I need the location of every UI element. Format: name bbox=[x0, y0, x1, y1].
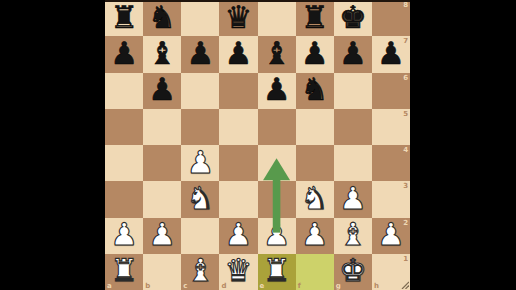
white-pawn[interactable]: ♟ bbox=[301, 219, 329, 250]
file-label-e: e bbox=[260, 282, 265, 290]
square-d2[interactable]: ♟ bbox=[219, 218, 257, 254]
black-knight[interactable]: ♞ bbox=[148, 2, 176, 33]
square-a2[interactable]: ♟ bbox=[105, 218, 143, 254]
black-bishop[interactable]: ♝ bbox=[263, 38, 291, 69]
square-h3[interactable]: 3 bbox=[372, 181, 410, 217]
square-f8[interactable]: ♜ bbox=[296, 0, 334, 36]
square-a7[interactable]: ♟ bbox=[105, 36, 143, 72]
square-a4[interactable] bbox=[105, 145, 143, 181]
square-f1[interactable]: f bbox=[296, 254, 334, 290]
square-e5[interactable] bbox=[258, 109, 296, 145]
square-f4[interactable] bbox=[296, 145, 334, 181]
file-label-h: h bbox=[374, 282, 379, 290]
square-d1[interactable]: ♛d bbox=[219, 254, 257, 290]
square-c1[interactable]: ♝c bbox=[181, 254, 219, 290]
square-c6[interactable] bbox=[181, 73, 219, 109]
white-bishop[interactable]: ♝ bbox=[186, 255, 214, 286]
square-d6[interactable] bbox=[219, 73, 257, 109]
square-d5[interactable] bbox=[219, 109, 257, 145]
square-d3[interactable] bbox=[219, 181, 257, 217]
video-frame: ♜♞♛♜♚8♟♝♟♟♝♟♟♟7♟♟♞65♟4♞♞♟3♟♟♟♟♟♝♟2♜ab♝c♛… bbox=[0, 0, 516, 290]
square-h8[interactable]: 8 bbox=[372, 0, 410, 36]
square-a5[interactable] bbox=[105, 109, 143, 145]
black-pawn[interactable]: ♟ bbox=[225, 38, 253, 69]
black-rook[interactable]: ♜ bbox=[110, 2, 138, 33]
square-a3[interactable] bbox=[105, 181, 143, 217]
white-pawn[interactable]: ♟ bbox=[148, 219, 176, 250]
file-label-a: a bbox=[107, 282, 112, 290]
square-b8[interactable]: ♞ bbox=[143, 0, 181, 36]
white-king[interactable]: ♚ bbox=[339, 255, 367, 286]
square-g4[interactable] bbox=[334, 145, 372, 181]
square-d4[interactable] bbox=[219, 145, 257, 181]
black-rook[interactable]: ♜ bbox=[301, 2, 329, 33]
square-h2[interactable]: ♟2 bbox=[372, 218, 410, 254]
square-f2[interactable]: ♟ bbox=[296, 218, 334, 254]
square-d8[interactable]: ♛ bbox=[219, 0, 257, 36]
square-c3[interactable]: ♞ bbox=[181, 181, 219, 217]
square-f5[interactable] bbox=[296, 109, 334, 145]
white-pawn[interactable]: ♟ bbox=[339, 183, 367, 214]
file-label-b: b bbox=[145, 282, 150, 290]
square-e1[interactable]: ♜e bbox=[258, 254, 296, 290]
square-e4[interactable] bbox=[258, 145, 296, 181]
rank-label-3: 3 bbox=[403, 182, 408, 190]
square-h5[interactable]: 5 bbox=[372, 109, 410, 145]
rank-label-4: 4 bbox=[403, 146, 408, 154]
square-c4[interactable]: ♟ bbox=[181, 145, 219, 181]
black-pawn[interactable]: ♟ bbox=[377, 38, 405, 69]
rank-label-8: 8 bbox=[403, 1, 408, 9]
square-d7[interactable]: ♟ bbox=[219, 36, 257, 72]
file-label-d: d bbox=[221, 282, 226, 290]
black-king[interactable]: ♚ bbox=[339, 2, 367, 33]
white-pawn[interactable]: ♟ bbox=[377, 219, 405, 250]
square-e7[interactable]: ♝ bbox=[258, 36, 296, 72]
board-top-edge bbox=[105, 0, 410, 2]
square-e6[interactable]: ♟ bbox=[258, 73, 296, 109]
square-b5[interactable] bbox=[143, 109, 181, 145]
square-g3[interactable]: ♟ bbox=[334, 181, 372, 217]
white-bishop[interactable]: ♝ bbox=[339, 219, 367, 250]
black-pawn[interactable]: ♟ bbox=[186, 38, 214, 69]
black-pawn[interactable]: ♟ bbox=[110, 38, 138, 69]
board-resize-handle-icon[interactable] bbox=[400, 280, 409, 289]
square-g1[interactable]: ♚g bbox=[334, 254, 372, 290]
square-b3[interactable] bbox=[143, 181, 181, 217]
square-h6[interactable]: 6 bbox=[372, 73, 410, 109]
square-e2[interactable]: ♟ bbox=[258, 218, 296, 254]
rank-label-6: 6 bbox=[403, 74, 408, 82]
square-b6[interactable]: ♟ bbox=[143, 73, 181, 109]
square-c5[interactable] bbox=[181, 109, 219, 145]
white-rook[interactable]: ♜ bbox=[110, 255, 138, 286]
square-e8[interactable] bbox=[258, 0, 296, 36]
square-c7[interactable]: ♟ bbox=[181, 36, 219, 72]
square-f6[interactable]: ♞ bbox=[296, 73, 334, 109]
square-b1[interactable]: b bbox=[143, 254, 181, 290]
black-pawn[interactable]: ♟ bbox=[301, 38, 329, 69]
white-knight[interactable]: ♞ bbox=[186, 183, 214, 214]
square-a6[interactable] bbox=[105, 73, 143, 109]
black-queen[interactable]: ♛ bbox=[225, 2, 253, 33]
file-label-c: c bbox=[183, 282, 187, 290]
square-b7[interactable]: ♝ bbox=[143, 36, 181, 72]
square-b2[interactable]: ♟ bbox=[143, 218, 181, 254]
white-knight[interactable]: ♞ bbox=[301, 183, 329, 214]
square-h4[interactable]: 4 bbox=[372, 145, 410, 181]
chess-board: ♜♞♛♜♚8♟♝♟♟♝♟♟♟7♟♟♞65♟4♞♞♟3♟♟♟♟♟♝♟2♜ab♝c♛… bbox=[105, 0, 410, 290]
white-pawn[interactable]: ♟ bbox=[110, 219, 138, 250]
rank-label-5: 5 bbox=[403, 110, 408, 118]
black-bishop[interactable]: ♝ bbox=[148, 38, 176, 69]
rank-label-7: 7 bbox=[403, 37, 408, 45]
rank-label-2: 2 bbox=[403, 219, 408, 227]
black-pawn[interactable]: ♟ bbox=[339, 38, 367, 69]
square-g7[interactable]: ♟ bbox=[334, 36, 372, 72]
square-f7[interactable]: ♟ bbox=[296, 36, 334, 72]
square-h7[interactable]: ♟7 bbox=[372, 36, 410, 72]
square-f3[interactable]: ♞ bbox=[296, 181, 334, 217]
square-c8[interactable] bbox=[181, 0, 219, 36]
white-pawn[interactable]: ♟ bbox=[225, 219, 253, 250]
square-g8[interactable]: ♚ bbox=[334, 0, 372, 36]
square-b4[interactable] bbox=[143, 145, 181, 181]
square-g2[interactable]: ♝ bbox=[334, 218, 372, 254]
square-a1[interactable]: ♜a bbox=[105, 254, 143, 290]
square-g6[interactable] bbox=[334, 73, 372, 109]
black-pawn[interactable]: ♟ bbox=[263, 74, 291, 105]
square-a8[interactable]: ♜ bbox=[105, 0, 143, 36]
white-pawn[interactable]: ♟ bbox=[186, 147, 214, 178]
black-pawn[interactable]: ♟ bbox=[148, 74, 176, 105]
square-e3[interactable] bbox=[258, 181, 296, 217]
square-g5[interactable] bbox=[334, 109, 372, 145]
square-h1[interactable]: h1 bbox=[372, 254, 410, 290]
file-label-f: f bbox=[298, 282, 301, 290]
white-pawn[interactable]: ♟ bbox=[263, 219, 291, 250]
white-rook[interactable]: ♜ bbox=[263, 255, 291, 286]
rank-label-1: 1 bbox=[403, 255, 408, 263]
black-knight[interactable]: ♞ bbox=[301, 74, 329, 105]
file-label-g: g bbox=[336, 282, 341, 290]
square-c2[interactable] bbox=[181, 218, 219, 254]
white-queen[interactable]: ♛ bbox=[225, 255, 253, 286]
